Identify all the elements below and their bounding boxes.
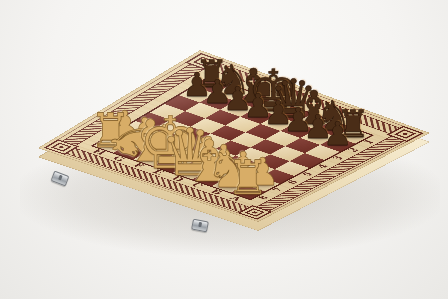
black-knight-b8: ♞	[315, 96, 352, 137]
white-pawn-g2: ♟	[127, 113, 161, 151]
black-bishop-c8: ♝	[293, 85, 335, 132]
black-bishop-f8: ♝	[232, 63, 274, 110]
white-rook-a1: ♜	[227, 155, 269, 202]
piece-shadow	[242, 97, 268, 104]
piece-shadow	[250, 114, 268, 119]
white-bishop-c1: ♝	[183, 133, 235, 191]
white-pawn-b2: ♟	[226, 147, 260, 185]
piece-shadow	[234, 175, 255, 180]
black-rook-h8: ♜	[195, 55, 229, 93]
piece-shadow	[195, 162, 216, 167]
piece-shadow	[230, 107, 248, 112]
black-knight-g8: ♞	[214, 60, 251, 101]
scene: HGFEDCBA 12345678 ♜♞♝♚♛♝♞♜♟♟♟♟♟♟♟♟♟♟♟♟♟♟…	[0, 0, 448, 299]
piece-shadow	[189, 93, 207, 98]
piece-shadow	[195, 175, 227, 183]
piece-shadow	[330, 142, 348, 147]
piece-shadow	[310, 135, 328, 140]
white-rook-h1: ♜	[90, 108, 132, 155]
white-knight-g1-tipped: ♞	[103, 116, 158, 166]
piece-shadow	[99, 142, 125, 149]
piece-shadow	[118, 149, 146, 156]
white-king-e1: ♚	[138, 108, 203, 180]
black-pawn-c7: ♟	[283, 104, 312, 137]
white-pawn-a2: ♟	[245, 154, 279, 192]
piece-shadow	[259, 104, 291, 112]
black-pawn-e7: ♟	[243, 90, 272, 123]
white-pawn-h2: ♟	[107, 107, 141, 145]
black-king-e8: ♚	[247, 61, 299, 119]
black-pawn-d7: ♟	[263, 97, 292, 130]
piece-shadow	[253, 182, 274, 187]
piece-shadow	[237, 189, 263, 196]
piece-shadow	[270, 121, 288, 126]
piece-shadow	[135, 142, 156, 147]
white-bishop-f1: ♝	[124, 113, 176, 171]
piece-shadow	[155, 148, 176, 153]
piece-shadow	[344, 134, 365, 139]
piece-shadow	[302, 119, 328, 126]
white-pawn-f2: ♟	[147, 120, 181, 158]
piece-shadow	[115, 135, 136, 140]
black-rook-a8: ♜	[336, 106, 370, 144]
piece-shadow	[203, 83, 224, 88]
black-pawn-a7: ♟	[323, 118, 352, 151]
black-pawn-g7: ♟	[203, 76, 232, 109]
piece-shadow	[214, 169, 235, 174]
black-pawn-f7: ♟	[223, 83, 252, 116]
piece-shadow	[223, 91, 246, 97]
white-knight-b1: ♞	[206, 144, 252, 195]
black-queen-d8: ♛	[270, 72, 317, 125]
white-queen-d1: ♛	[160, 120, 219, 185]
piece-shadow	[175, 155, 196, 160]
piece-shadow	[210, 100, 228, 105]
piece-shadow	[137, 155, 169, 163]
black-pawn-h7: ♟	[182, 68, 211, 101]
piece-shadow	[281, 112, 310, 119]
piece-shadow	[324, 126, 347, 132]
black-pawn-b7: ♟	[303, 111, 332, 144]
piece-shadow	[216, 182, 244, 189]
white-pawn-d2: ♟	[187, 134, 221, 172]
piece-shadow	[174, 168, 210, 177]
piece-shadow	[290, 128, 308, 133]
pieces-layer: ♜♞♝♚♛♝♞♜♟♟♟♟♟♟♟♟♟♟♟♟♟♟♟♟♜♞♝♚♛♝♞♜	[0, 0, 448, 299]
piece-shadow	[153, 161, 193, 171]
white-pawn-c2: ♟	[206, 140, 240, 178]
white-pawn-e2: ♟	[167, 127, 201, 165]
